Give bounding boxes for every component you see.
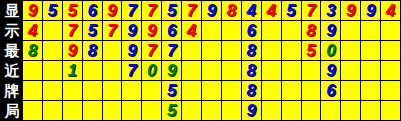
result-digit: 5: [306, 42, 315, 59]
grid-cell-r5c10: [202, 81, 221, 100]
grid-cell-r2c15: 8: [302, 21, 321, 40]
grid-cell-r5c19: [381, 81, 400, 100]
result-digit: 0: [147, 62, 156, 79]
grid-cell-r6c1: [23, 101, 42, 120]
grid-cell-r6c10: [202, 101, 221, 120]
grid-cell-r6c9: [182, 101, 201, 120]
grid-cell-r4c14: [282, 61, 301, 80]
grid-cell-r4c3: 1: [63, 61, 82, 80]
result-digit: 5: [48, 2, 57, 19]
grid-cell-r5c9: [182, 81, 201, 100]
grid-cell-r2c19: [381, 21, 400, 40]
result-digit: 9: [366, 2, 375, 19]
grid-cell-r4c16: 9: [321, 61, 340, 80]
result-digit: 7: [127, 2, 136, 19]
result-digit: 4: [247, 2, 256, 19]
grid-cell-r5c7: [142, 81, 161, 100]
grid-cell-r2c3: 7: [63, 21, 82, 40]
grid-cell-r4c15: [302, 61, 321, 80]
grid-cell-r2c14: [282, 21, 301, 40]
result-digit: 5: [167, 102, 176, 119]
grid-cell-r1c18: 9: [361, 1, 380, 20]
grid-cell-r1c4: 6: [83, 1, 102, 20]
result-digit: 4: [28, 22, 37, 39]
result-digit: 6: [247, 22, 256, 39]
grid-cell-r1c5: 9: [103, 1, 122, 20]
result-digit: 7: [187, 2, 196, 19]
grid-cell-r3c12: 8: [242, 41, 261, 60]
grid-cell-r4c8: 9: [162, 61, 181, 80]
grid-cell-r5c11: [222, 81, 241, 100]
grid-cell-r3c10: [202, 41, 221, 60]
result-digit: 9: [167, 62, 176, 79]
result-digit: 1: [67, 62, 76, 79]
result-digit: 9: [28, 2, 37, 19]
grid-cell-r1c8: 5: [162, 1, 181, 20]
result-digit: 9: [107, 2, 116, 19]
grid-cell-r1c7: 7: [142, 1, 161, 20]
result-digit: 7: [127, 62, 136, 79]
grid-cell-r1c16: 3: [321, 1, 340, 20]
grid-cell-r4c18: [361, 61, 380, 80]
grid-cell-r5c13: [262, 81, 281, 100]
grid-cell-r3c14: [282, 41, 301, 60]
grid-cell-r6c13: [262, 101, 281, 120]
grid-cell-r1c9: 7: [182, 1, 201, 20]
grid-cell-r5c17: [341, 81, 360, 100]
grid-cell-r4c17: [341, 61, 360, 80]
grid-cell-r1c12: 4: [242, 1, 261, 20]
grid-cell-r3c11: [222, 41, 241, 60]
grid-cell-r3c7: 7: [142, 41, 161, 60]
grid-cell-r6c19: [381, 101, 400, 120]
grid-cell-r3c6: 9: [122, 41, 141, 60]
grid-cell-r4c9: [182, 61, 201, 80]
grid-cell-r1c13: 4: [262, 1, 281, 20]
title-char-5: 牌: [1, 80, 23, 100]
result-digit: 6: [167, 22, 176, 39]
grid-cell-r3c5: [103, 41, 122, 60]
result-digit: 3: [326, 2, 335, 19]
grid-cell-r6c15: [302, 101, 321, 120]
grid-cell-r2c12: 6: [242, 21, 261, 40]
result-digit: 4: [266, 2, 275, 19]
grid-cell-r3c1: 8: [23, 41, 42, 60]
grid-cell-r3c9: [182, 41, 201, 60]
grid-cell-r1c14: 5: [282, 1, 301, 20]
grid-cell-r5c2: [43, 81, 62, 100]
grid-cell-r5c1: [23, 81, 42, 100]
grid-cell-r1c2: 5: [43, 1, 62, 20]
grid-cell-r4c10: [202, 61, 221, 80]
grid-cell-r1c10: 9: [202, 1, 221, 20]
grid-cell-r2c18: [361, 21, 380, 40]
board-title-vertical: 显 示 最 近 牌 局: [1, 1, 23, 120]
result-digit: 7: [107, 22, 116, 39]
grid-cell-r6c8: 5: [162, 101, 181, 120]
grid-cell-r3c3: 9: [63, 41, 82, 60]
grid-cell-r1c19: 4: [381, 1, 400, 20]
grid-cell-r6c5: [103, 101, 122, 120]
grid-cell-r2c17: [341, 21, 360, 40]
grid-cell-r2c16: 9: [321, 21, 340, 40]
grid-cell-r6c7: [142, 101, 161, 120]
grid-cell-r2c1: 4: [23, 21, 42, 40]
grid-cell-r4c13: [262, 61, 281, 80]
grid-cell-r5c6: [122, 81, 141, 100]
grid-cell-r4c7: 0: [142, 61, 161, 80]
result-digit: 5: [167, 2, 176, 19]
grid-cell-r2c4: 5: [83, 21, 102, 40]
grid-cell-r6c17: [341, 101, 360, 120]
grid-cell-r3c16: 0: [321, 41, 340, 60]
grid-cell-r3c4: 8: [83, 41, 102, 60]
grid-cell-r4c12: 8: [242, 61, 261, 80]
grid-cell-r6c16: [321, 101, 340, 120]
grid-cell-r4c11: [222, 61, 241, 80]
result-digit: 7: [147, 2, 156, 19]
result-digit: 4: [187, 22, 196, 39]
grid-cell-r6c11: [222, 101, 241, 120]
grid-cell-r5c15: [302, 81, 321, 100]
result-digit: 5: [87, 22, 96, 39]
result-digit: 9: [247, 102, 256, 119]
grid-cell-r3c2: [43, 41, 62, 60]
grid-cell-r1c1: 9: [23, 1, 42, 20]
grid-cell-r4c6: 7: [122, 61, 141, 80]
title-char-6: 局: [1, 100, 23, 120]
grid-cell-r2c7: 9: [142, 21, 161, 40]
result-digit: 8: [227, 2, 236, 19]
grid-cell-r3c17: [341, 41, 360, 60]
result-digit: 7: [67, 22, 76, 39]
grid-cell-r2c11: [222, 21, 241, 40]
grid-cell-r3c19: [381, 41, 400, 60]
result-digit: 9: [207, 2, 216, 19]
grid-cell-r5c16: 6: [321, 81, 340, 100]
result-digit: 7: [147, 42, 156, 59]
result-digit: 7: [167, 42, 176, 59]
grid-cell-r6c14: [282, 101, 301, 120]
grid-cell-r4c19: [381, 61, 400, 80]
grid-cell-r3c18: [361, 41, 380, 60]
grid-cell-r5c3: [63, 81, 82, 100]
grid-cell-r4c1: [23, 61, 42, 80]
grid-cell-r6c2: [43, 101, 62, 120]
result-digit: 9: [67, 42, 76, 59]
grid-cell-r2c6: 9: [122, 21, 141, 40]
result-digit: 8: [247, 42, 256, 59]
grid-cell-r1c6: 7: [122, 1, 141, 20]
grid-cell-r1c15: 7: [302, 1, 321, 20]
result-digit: 9: [326, 62, 335, 79]
grid-cell-r4c4: [83, 61, 102, 80]
grid-cell-r3c13: [262, 41, 281, 60]
result-digit: 8: [247, 82, 256, 99]
title-char-3: 最: [1, 41, 23, 61]
grid-cell-r5c14: [282, 81, 301, 100]
grid-cell-r6c18: [361, 101, 380, 120]
grid-cell-r5c5: [103, 81, 122, 100]
title-char-4: 近: [1, 61, 23, 81]
grid-cell-r6c4: [83, 101, 102, 120]
grid-cell-r2c9: 4: [182, 21, 201, 40]
grid-cell-r1c17: 9: [341, 1, 360, 20]
result-digit: 6: [87, 2, 96, 19]
result-digit: 4: [386, 2, 395, 19]
recent-rounds-board: 显 示 最 近 牌 局 9556977579844573994475799646…: [0, 0, 401, 121]
result-digit: 6: [326, 82, 335, 99]
result-digit: 8: [28, 42, 37, 59]
grid-cell-r5c12: 8: [242, 81, 261, 100]
result-digit: 5: [286, 2, 295, 19]
grid-cell-r2c8: 6: [162, 21, 181, 40]
grid-cell-r2c13: [262, 21, 281, 40]
grid-cell-r4c2: [43, 61, 62, 80]
grid-cell-r3c15: 5: [302, 41, 321, 60]
result-digit: 5: [167, 82, 176, 99]
title-char-2: 示: [1, 21, 23, 41]
result-digit: 8: [247, 62, 256, 79]
grid-cell-r5c4: [83, 81, 102, 100]
result-digit: 7: [306, 2, 315, 19]
result-digit: 9: [326, 22, 335, 39]
grid-cell-r2c5: 7: [103, 21, 122, 40]
number-grid: 9556977579844573994475799646898989778501…: [23, 1, 400, 120]
result-digit: 5: [67, 2, 76, 19]
result-digit: 0: [326, 42, 335, 59]
grid-cell-r1c11: 8: [222, 1, 241, 20]
grid-cell-r3c8: 7: [162, 41, 181, 60]
result-digit: 8: [87, 42, 96, 59]
result-digit: 8: [306, 22, 315, 39]
grid-cell-r1c3: 5: [63, 1, 82, 20]
result-digit: 9: [147, 22, 156, 39]
result-digit: 9: [127, 22, 136, 39]
grid-cell-r5c8: 5: [162, 81, 181, 100]
grid-cell-r4c5: [103, 61, 122, 80]
grid-cell-r5c18: [361, 81, 380, 100]
grid-cell-r6c6: [122, 101, 141, 120]
grid-cell-r6c12: 9: [242, 101, 261, 120]
result-digit: 9: [127, 42, 136, 59]
grid-cell-r2c2: [43, 21, 62, 40]
title-char-1: 显: [1, 1, 23, 21]
grid-cell-r6c3: [63, 101, 82, 120]
result-digit: 9: [346, 2, 355, 19]
grid-cell-r2c10: [202, 21, 221, 40]
